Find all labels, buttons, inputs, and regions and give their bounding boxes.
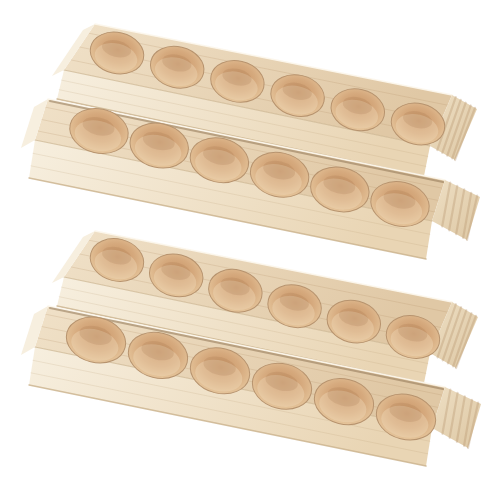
scene-svg bbox=[0, 0, 500, 500]
product-photo-canvas bbox=[0, 0, 500, 500]
